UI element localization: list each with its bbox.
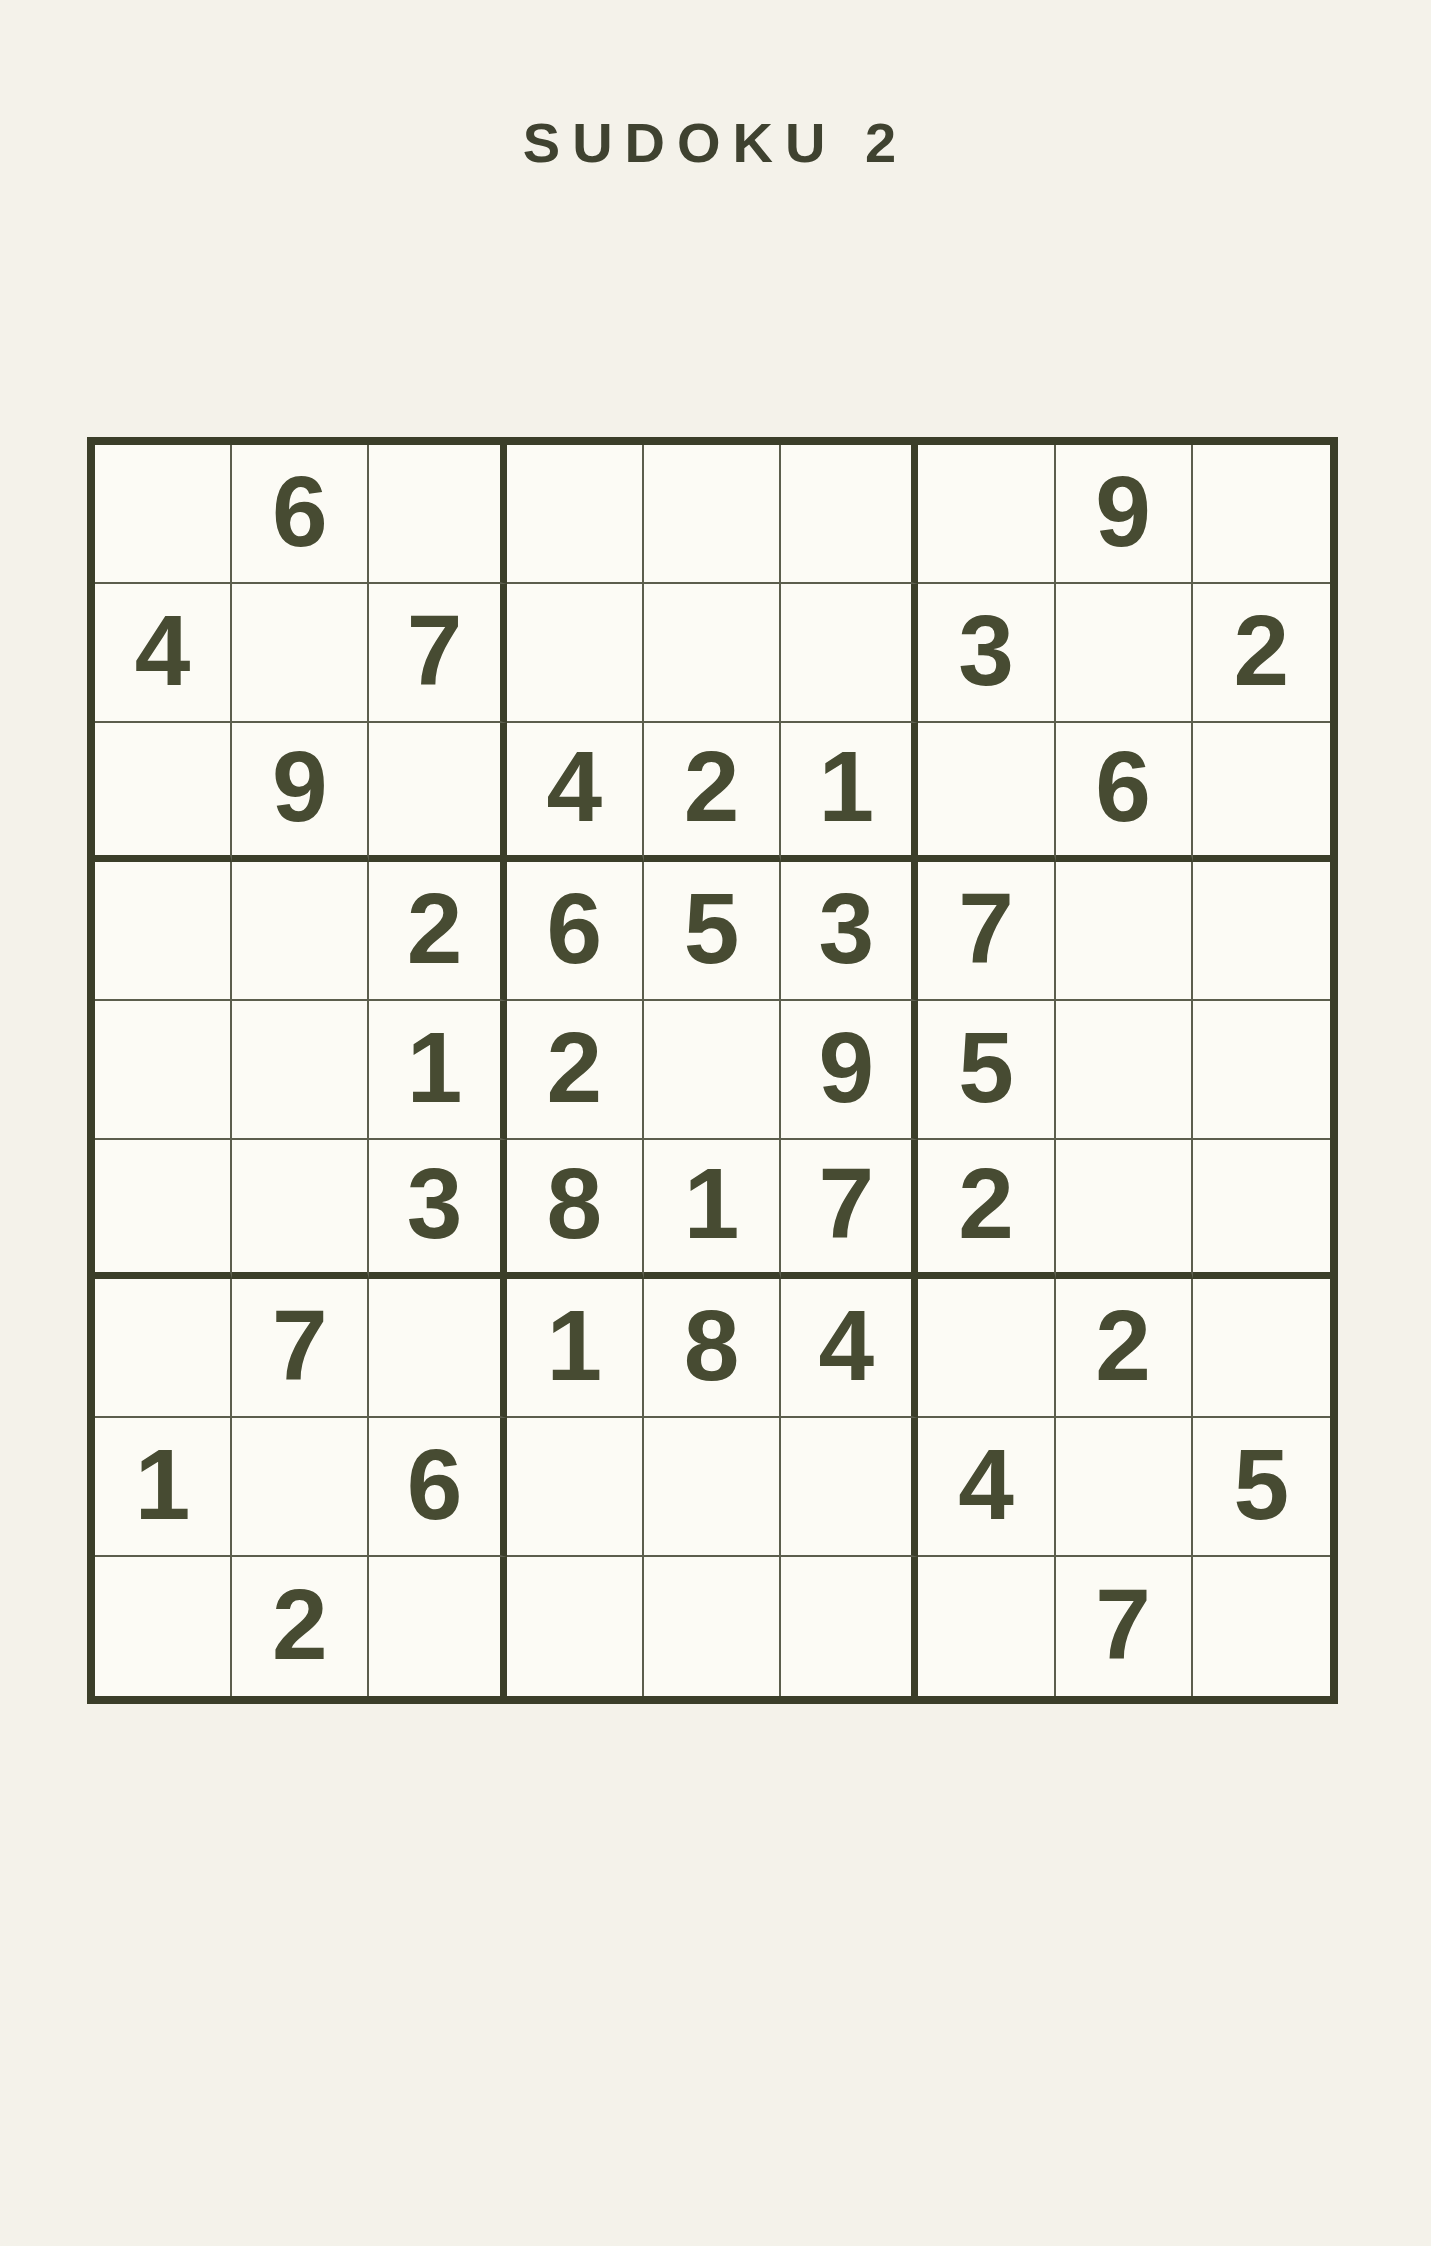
given-digit: 1: [684, 1153, 740, 1259]
cell-r2c1[interactable]: 4: [95, 584, 232, 723]
cell-r7c6[interactable]: 4: [781, 1279, 918, 1418]
cell-r3c3[interactable]: [369, 723, 506, 862]
cell-r6c3[interactable]: 3: [369, 1140, 506, 1279]
cell-r9c1[interactable]: [95, 1557, 232, 1696]
cell-r3c9[interactable]: [1193, 723, 1330, 862]
cell-r7c5[interactable]: 8: [644, 1279, 781, 1418]
cell-r9c6[interactable]: [781, 1557, 918, 1696]
given-digit: 7: [818, 1153, 874, 1259]
cell-r6c8[interactable]: [1056, 1140, 1193, 1279]
cell-r4c2[interactable]: [232, 862, 369, 1001]
cell-r1c4[interactable]: [507, 445, 644, 584]
cell-r8c9[interactable]: 5: [1193, 1418, 1330, 1557]
cell-r6c9[interactable]: [1193, 1140, 1330, 1279]
given-digit: 4: [958, 1434, 1014, 1540]
given-digit: 3: [958, 600, 1014, 706]
cell-r9c3[interactable]: [369, 1557, 506, 1696]
cell-r2c7[interactable]: 3: [918, 584, 1055, 723]
cell-r7c9[interactable]: [1193, 1279, 1330, 1418]
cell-r8c2[interactable]: [232, 1418, 369, 1557]
given-digit: 2: [684, 736, 740, 842]
given-digit: 4: [546, 736, 602, 842]
cell-r7c8[interactable]: 2: [1056, 1279, 1193, 1418]
cell-r4c1[interactable]: [95, 862, 232, 1001]
cell-r4c7[interactable]: 7: [918, 862, 1055, 1001]
sudoku-board: 694732942162653712953817271842164527: [87, 437, 1338, 1704]
cell-r5c5[interactable]: [644, 1001, 781, 1140]
cell-r4c5[interactable]: 5: [644, 862, 781, 1001]
cell-r8c3[interactable]: 6: [369, 1418, 506, 1557]
cell-r1c7[interactable]: [918, 445, 1055, 584]
cell-r9c8[interactable]: 7: [1056, 1557, 1193, 1696]
given-digit: 6: [546, 878, 602, 984]
cell-r9c9[interactable]: [1193, 1557, 1330, 1696]
given-digit: 8: [684, 1295, 740, 1401]
cell-r2c8[interactable]: [1056, 584, 1193, 723]
cell-r5c4[interactable]: 2: [507, 1001, 644, 1140]
given-digit: 2: [546, 1017, 602, 1123]
given-digit: 2: [1095, 1295, 1151, 1401]
scanned-puzzle-page: SUDOKU 2 6947329421626537129538172718421…: [0, 0, 1431, 2246]
given-digit: 2: [407, 878, 463, 984]
cell-r3c4[interactable]: 4: [507, 723, 644, 862]
given-digit: 1: [135, 1434, 191, 1540]
cell-r1c9[interactable]: [1193, 445, 1330, 584]
cell-r2c2[interactable]: [232, 584, 369, 723]
cell-r1c1[interactable]: [95, 445, 232, 584]
puzzle-title: SUDOKU 2: [0, 110, 1431, 175]
cell-r9c2[interactable]: 2: [232, 1557, 369, 1696]
given-digit: 7: [958, 878, 1014, 984]
cell-r8c7[interactable]: 4: [918, 1418, 1055, 1557]
cell-r6c5[interactable]: 1: [644, 1140, 781, 1279]
given-digit: 7: [272, 1295, 328, 1401]
given-digit: 5: [684, 878, 740, 984]
cell-r3c6[interactable]: 1: [781, 723, 918, 862]
given-digit: 4: [818, 1295, 874, 1401]
cell-r8c1[interactable]: 1: [95, 1418, 232, 1557]
cell-r5c8[interactable]: [1056, 1001, 1193, 1140]
cell-r1c3[interactable]: [369, 445, 506, 584]
given-digit: 3: [818, 878, 874, 984]
cell-r2c3[interactable]: 7: [369, 584, 506, 723]
given-digit: 8: [546, 1153, 602, 1259]
cell-r6c2[interactable]: [232, 1140, 369, 1279]
cell-r3c1[interactable]: [95, 723, 232, 862]
cell-r3c2[interactable]: 9: [232, 723, 369, 862]
cell-r8c6[interactable]: [781, 1418, 918, 1557]
cell-r9c5[interactable]: [644, 1557, 781, 1696]
cell-r3c8[interactable]: 6: [1056, 723, 1193, 862]
given-digit: 7: [407, 600, 463, 706]
cell-r4c4[interactable]: 6: [507, 862, 644, 1001]
given-digit: 1: [546, 1295, 602, 1401]
cell-r4c8[interactable]: [1056, 862, 1193, 1001]
cell-r6c4[interactable]: 8: [507, 1140, 644, 1279]
cell-r4c9[interactable]: [1193, 862, 1330, 1001]
cell-r5c9[interactable]: [1193, 1001, 1330, 1140]
given-digit: 5: [958, 1017, 1014, 1123]
given-digit: 4: [135, 600, 191, 706]
given-digit: 7: [1095, 1574, 1151, 1680]
given-digit: 1: [407, 1017, 463, 1123]
cell-r6c1[interactable]: [95, 1140, 232, 1279]
cell-r1c8[interactable]: 9: [1056, 445, 1193, 584]
given-digit: 2: [272, 1574, 328, 1680]
cell-r1c2[interactable]: 6: [232, 445, 369, 584]
cell-r5c7[interactable]: 5: [918, 1001, 1055, 1140]
cell-r2c4[interactable]: [507, 584, 644, 723]
cell-r5c6[interactable]: 9: [781, 1001, 918, 1140]
cell-r5c2[interactable]: [232, 1001, 369, 1140]
cell-r8c8[interactable]: [1056, 1418, 1193, 1557]
given-digit: 6: [1095, 736, 1151, 842]
cell-r1c6[interactable]: [781, 445, 918, 584]
cell-r6c6[interactable]: 7: [781, 1140, 918, 1279]
given-digit: 9: [272, 736, 328, 842]
cell-r8c5[interactable]: [644, 1418, 781, 1557]
cell-r1c5[interactable]: [644, 445, 781, 584]
cell-r2c6[interactable]: [781, 584, 918, 723]
cell-r3c7[interactable]: [918, 723, 1055, 862]
cell-r2c9[interactable]: 2: [1193, 584, 1330, 723]
cell-r8c4[interactable]: [507, 1418, 644, 1557]
cell-r4c6[interactable]: 3: [781, 862, 918, 1001]
given-digit: 5: [1234, 1434, 1290, 1540]
cell-r6c7[interactable]: 2: [918, 1140, 1055, 1279]
cell-r7c4[interactable]: 1: [507, 1279, 644, 1418]
cell-r7c2[interactable]: 7: [232, 1279, 369, 1418]
given-digit: 6: [272, 461, 328, 567]
cell-r5c3[interactable]: 1: [369, 1001, 506, 1140]
given-digit: 1: [818, 736, 874, 842]
given-digit: 3: [407, 1153, 463, 1259]
cell-r9c7[interactable]: [918, 1557, 1055, 1696]
given-digit: 9: [818, 1017, 874, 1123]
cell-r4c3[interactable]: 2: [369, 862, 506, 1001]
cell-r7c3[interactable]: [369, 1279, 506, 1418]
cell-r7c7[interactable]: [918, 1279, 1055, 1418]
cell-r7c1[interactable]: [95, 1279, 232, 1418]
given-digit: 2: [1234, 600, 1290, 706]
cell-r2c5[interactable]: [644, 584, 781, 723]
given-digit: 9: [1095, 461, 1151, 567]
cell-r3c5[interactable]: 2: [644, 723, 781, 862]
cell-r5c1[interactable]: [95, 1001, 232, 1140]
given-digit: 2: [958, 1153, 1014, 1259]
given-digit: 6: [407, 1434, 463, 1540]
cell-r9c4[interactable]: [507, 1557, 644, 1696]
